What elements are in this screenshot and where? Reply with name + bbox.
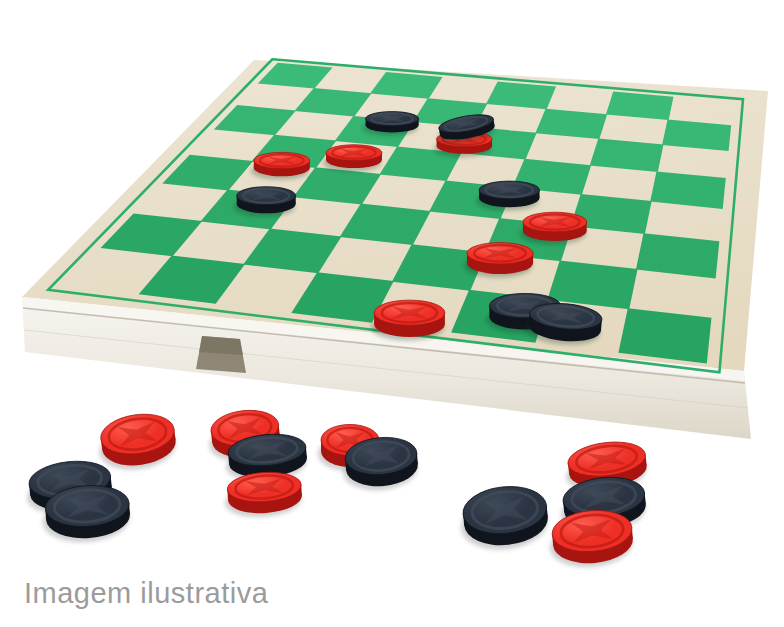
red-checker-on-board [251, 152, 310, 179]
checkers-board-scene [0, 0, 784, 627]
loose-red-checker [223, 470, 303, 520]
red-checker-on-board [520, 212, 587, 244]
red-checker-on-board [323, 145, 382, 172]
red-checker-on-board [371, 300, 445, 341]
black-checker-on-board [362, 112, 418, 136]
loose-red-checker [547, 507, 635, 570]
red-checker-on-board [464, 243, 534, 278]
black-checker-on-board [476, 181, 540, 211]
loose-red-checker [95, 410, 179, 475]
caption-text: Imagem ilustrativa [24, 577, 268, 610]
loose-black-checker [457, 483, 551, 554]
product-photo-stage: Imagem ilustrativa [0, 0, 784, 627]
black-checker-on-board [233, 187, 295, 217]
lid-finger-notch-shadow [199, 336, 243, 355]
